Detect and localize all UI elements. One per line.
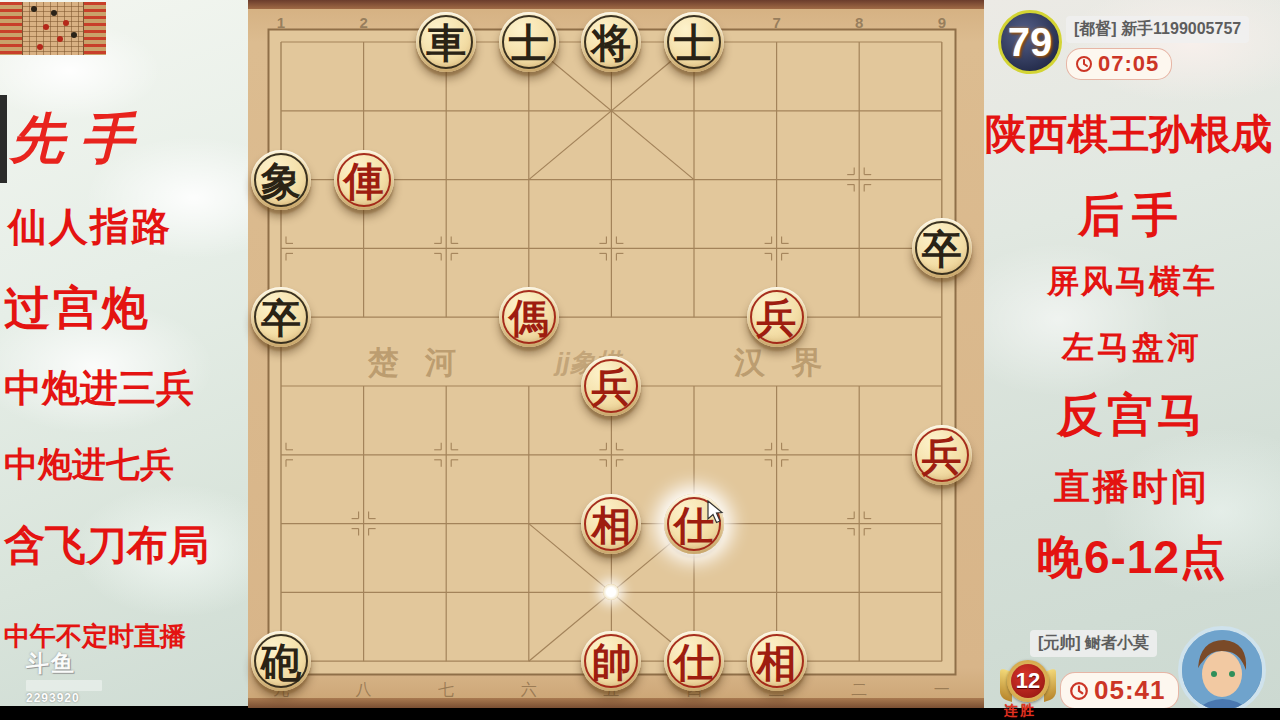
label-opponent-title: 陕西棋王孙根成: [985, 113, 1272, 156]
piece-black-士-f6r1[interactable]: 士: [664, 12, 724, 72]
left-info-panel: 先手 仙人指路 过宫炮 中炮进三兵 中炮进七兵 含飞刀布局 中午不定时直播 斗鱼…: [0, 0, 248, 706]
label-opening-3: 中炮进三兵: [4, 369, 194, 409]
bottom-player-avatar: [1178, 626, 1266, 714]
win-streak-badge: 12 连胜: [1002, 660, 1054, 708]
label-stream-note: 中午不定时直播: [4, 623, 186, 650]
clock-icon: [1069, 681, 1089, 701]
piece-red-俥-f2r3[interactable]: 俥: [334, 150, 394, 210]
piece-glyph: 兵: [922, 436, 962, 476]
letterbox-bar: [0, 708, 1280, 720]
piece-glyph: 将: [591, 23, 631, 63]
right-info-panel: 79 [都督] 新手1199005757 07:05 陕西棋王孙根成 后手 屏风…: [984, 0, 1280, 710]
top-player-time: 07:05: [1098, 51, 1159, 77]
file-label-top-1: 1: [277, 14, 285, 31]
piece-glyph: 帥: [591, 642, 631, 682]
label-stream-time-value: 晚6-12点: [984, 533, 1280, 581]
piece-red-傌-f4r5[interactable]: 傌: [499, 287, 559, 347]
piece-glyph: 士: [674, 23, 714, 63]
piece-red-仕-f6r10[interactable]: 仕: [664, 631, 724, 691]
file-label-bottom-六: 六: [521, 680, 537, 701]
top-player-avatar: 79: [998, 10, 1062, 74]
label-opening-r2: 左马盘河: [984, 331, 1280, 365]
piece-glyph: 相: [757, 642, 797, 682]
win-streak-label: 连胜: [1004, 702, 1036, 720]
mouse-cursor: [707, 500, 729, 524]
douyu-watermark: 斗鱼 2293920: [26, 648, 102, 705]
bottom-player-name: [元帅] 鲥者小莫: [1030, 630, 1157, 657]
river-label-right: 汉界: [734, 342, 848, 384]
piece-glyph: 兵: [757, 298, 797, 338]
label-first-move: 先手: [10, 110, 150, 167]
piece-black-士-f4r1[interactable]: 士: [499, 12, 559, 72]
piece-black-象-f1r3[interactable]: 象: [251, 150, 311, 210]
file-label-bottom-二: 二: [851, 680, 867, 701]
piece-black-卒-f1r5[interactable]: 卒: [251, 287, 311, 347]
piece-glyph: 卒: [261, 298, 301, 338]
label-second-move: 后手: [984, 191, 1280, 239]
label-opening-2: 过宫炮: [4, 284, 151, 332]
file-label-top-7: 7: [772, 14, 780, 31]
piece-glyph: 卒: [922, 229, 962, 269]
piece-glyph: 砲: [261, 642, 301, 682]
file-label-top-8: 8: [855, 14, 863, 31]
piece-glyph: 兵: [591, 367, 631, 407]
file-label-bottom-一: 一: [934, 680, 950, 701]
river-label-left: 楚河: [368, 342, 482, 384]
top-player-clock: 07:05: [1066, 48, 1172, 80]
piece-red-兵-f7r5[interactable]: 兵: [747, 287, 807, 347]
piece-red-相-f5r8[interactable]: 相: [581, 494, 641, 554]
piece-black-砲-f1r10[interactable]: 砲: [251, 631, 311, 691]
label-opening-r1: 屏风马横车: [984, 265, 1280, 299]
bottom-player-time: 05:41: [1094, 675, 1166, 706]
piece-glyph: 俥: [344, 161, 384, 201]
piece-glyph: 士: [509, 23, 549, 63]
bottom-player-clock: 05:41: [1060, 672, 1179, 709]
label-stream-time-title: 直播时间: [984, 468, 1280, 506]
video-edge-artifact: [0, 95, 7, 183]
douyu-room-id: 2293920: [26, 691, 102, 705]
win-streak-count: 12: [1011, 664, 1045, 698]
piece-glyph: 象: [261, 161, 301, 201]
piece-red-相-f7r10[interactable]: 相: [747, 631, 807, 691]
douyu-logo: 斗鱼: [26, 648, 102, 679]
piece-glyph: 車: [426, 23, 466, 63]
label-opening-r3: 反宫马: [984, 391, 1280, 439]
thumbnail-right-notes: [84, 2, 106, 55]
piece-red-兵-f9r7[interactable]: 兵: [912, 425, 972, 485]
piece-black-車-f3r1[interactable]: 車: [416, 12, 476, 72]
file-label-bottom-八: 八: [356, 680, 372, 701]
clock-icon: [1075, 55, 1093, 73]
label-opening-1: 仙人指路: [8, 207, 172, 248]
piece-red-兵-f5r6[interactable]: 兵: [581, 356, 641, 416]
xiangqi-board[interactable]: 楚河 汉界 jj象棋 車士将士象卒卒砲俥傌兵兵兵相仕帥仕相 123456789九…: [248, 0, 984, 710]
file-label-bottom-七: 七: [438, 680, 454, 701]
piece-black-将-f5r1[interactable]: 将: [581, 12, 641, 72]
file-label-top-2: 2: [359, 14, 367, 31]
label-opening-5: 含飞刀布局: [4, 524, 209, 567]
mini-board-thumbnail: [0, 2, 106, 55]
file-label-top-9: 9: [938, 14, 946, 31]
avatar-cartoon-face: [1182, 630, 1262, 710]
piece-glyph: 仕: [674, 642, 714, 682]
top-player-name: [都督] 新手1199005757: [1066, 16, 1249, 43]
piece-glyph: 相: [591, 505, 631, 545]
thumbnail-board: [22, 2, 85, 55]
douyu-banner: [26, 680, 102, 691]
piece-glyph: 傌: [509, 298, 549, 338]
top-player-level: 79: [1008, 20, 1053, 65]
piece-black-卒-f9r4[interactable]: 卒: [912, 218, 972, 278]
thumbnail-left-notes: [0, 2, 22, 55]
label-opening-4: 中炮进七兵: [4, 447, 174, 483]
